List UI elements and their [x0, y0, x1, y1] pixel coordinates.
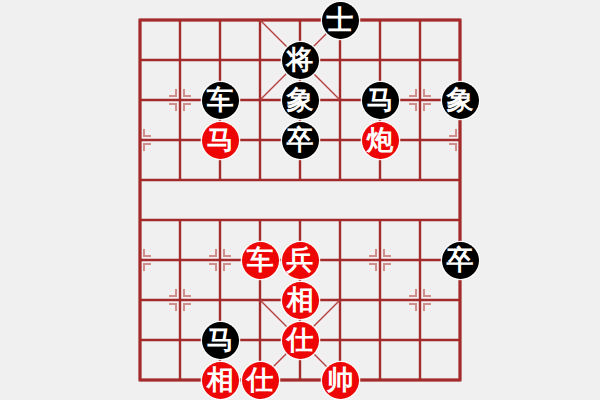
piece-red-elephant[interactable]: 相	[202, 362, 239, 399]
piece-black-horse[interactable]: 马	[202, 322, 239, 359]
piece-black-elephant[interactable]: 象	[442, 82, 479, 119]
piece-black-chariot[interactable]: 车	[202, 82, 239, 119]
pieces-layer: 士将车象马象马卒炮车兵卒相马仕相仕帅	[0, 0, 600, 400]
piece-black-horse[interactable]: 马	[362, 82, 399, 119]
piece-black-soldier[interactable]: 卒	[282, 122, 319, 159]
piece-red-general[interactable]: 帅	[322, 362, 359, 399]
piece-red-chariot[interactable]: 车	[242, 242, 279, 279]
piece-black-soldier[interactable]: 卒	[442, 242, 479, 279]
app-canvas: 士将车象马象马卒炮车兵卒相马仕相仕帅	[0, 0, 600, 400]
xiangqi-board[interactable]: 士将车象马象马卒炮车兵卒相马仕相仕帅	[0, 0, 600, 400]
piece-red-advisor[interactable]: 仕	[242, 362, 279, 399]
piece-red-advisor[interactable]: 仕	[282, 322, 319, 359]
piece-black-elephant[interactable]: 象	[282, 82, 319, 119]
piece-red-elephant[interactable]: 相	[282, 282, 319, 319]
piece-red-cannon[interactable]: 炮	[362, 122, 399, 159]
piece-black-general[interactable]: 将	[282, 42, 319, 79]
piece-red-soldier[interactable]: 兵	[282, 242, 319, 279]
piece-black-advisor[interactable]: 士	[322, 2, 359, 39]
piece-red-horse[interactable]: 马	[202, 122, 239, 159]
